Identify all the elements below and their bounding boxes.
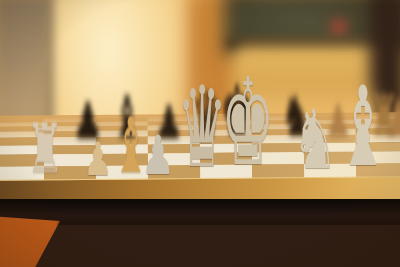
white-bishop-c1: ♝ [112, 108, 149, 184]
white-king-e1: ♚ [221, 63, 275, 183]
white-queen-d1: ♛ [177, 71, 227, 183]
chess-photo-scene: ♜♟♝♟♛♚♞♝♟♝♟♛♚♞♟♜♟ [0, 0, 400, 267]
white-rook-a1: ♜ [26, 115, 64, 183]
white-knight-g1: ♞ [292, 99, 338, 181]
white-bishop-h1: ♝ [337, 72, 388, 182]
white-pawn-b2: ♟ [84, 136, 113, 182]
